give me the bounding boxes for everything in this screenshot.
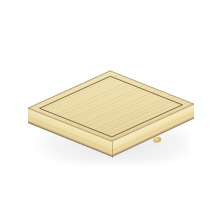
brass-latch xyxy=(153,136,162,142)
box-corner-seam xyxy=(112,141,113,158)
chess-board-photo xyxy=(0,0,220,220)
